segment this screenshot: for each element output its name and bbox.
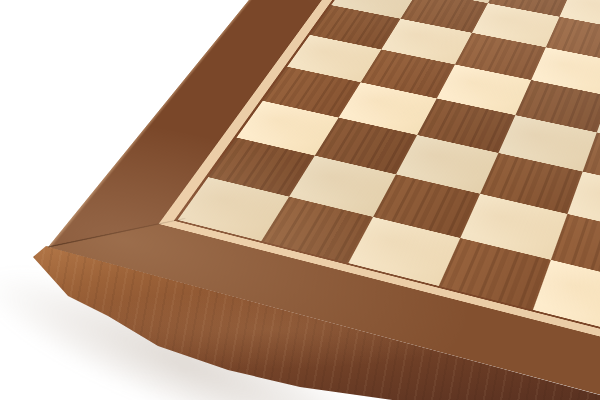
chessboard-photo	[0, 0, 600, 400]
